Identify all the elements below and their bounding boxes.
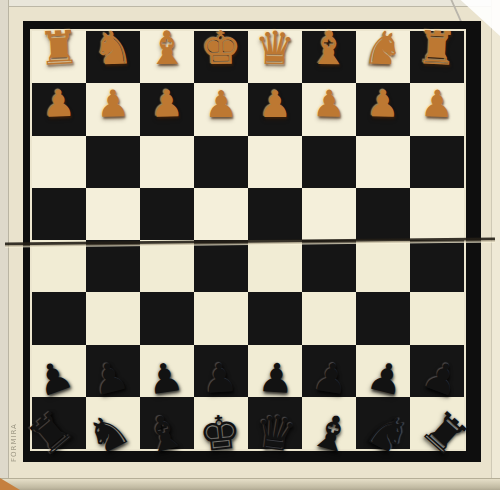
- piece-white-knight: ♞: [362, 24, 405, 71]
- piece-white-bishop: ♝: [146, 25, 188, 72]
- board-square: [86, 136, 140, 188]
- piece-white-rook: ♜: [415, 24, 459, 72]
- piece-white-pawn: ♟: [258, 86, 291, 123]
- piece-black-rook: ♜: [20, 401, 82, 464]
- board-square: [140, 188, 194, 240]
- board-square: [140, 292, 194, 344]
- piece-white-pawn: ♟: [312, 86, 346, 124]
- piece-white-knight: ♞: [92, 24, 135, 71]
- board-square: ♞: [356, 397, 410, 449]
- board-square: [356, 136, 410, 188]
- piece-black-pawn: ♟: [310, 355, 352, 400]
- board-square: [302, 240, 356, 292]
- brand-stamp: FORMIRA: [10, 423, 18, 462]
- board-square: ♜: [410, 397, 464, 449]
- board-square: [32, 136, 86, 188]
- piece-black-rook: ♜: [414, 401, 477, 464]
- piece-black-pawn: ♟: [257, 356, 296, 398]
- piece-white-bishop: ♝: [308, 25, 350, 72]
- piece-white-pawn: ♟: [96, 86, 130, 124]
- board-square: [194, 240, 248, 292]
- board-square: [248, 292, 302, 344]
- board-square: [356, 240, 410, 292]
- piece-white-pawn: ♟: [366, 86, 400, 124]
- piece-black-pawn: ♟: [364, 354, 408, 401]
- board-square: [140, 136, 194, 188]
- board-square: ♝: [140, 31, 194, 83]
- board-square: [32, 240, 86, 292]
- board-square: ♟: [410, 345, 464, 397]
- piece-black-pawn: ♟: [418, 353, 465, 403]
- board-square: [302, 188, 356, 240]
- piece-white-queen: ♛: [254, 25, 296, 72]
- piece-white-rook: ♜: [37, 24, 81, 72]
- board-square: ♚: [194, 397, 248, 449]
- piece-white-pawn: ♟: [42, 85, 76, 123]
- board-square: [194, 188, 248, 240]
- board-square: ♟: [356, 345, 410, 397]
- board-square: ♟: [248, 83, 302, 135]
- board-square: [410, 240, 464, 292]
- board-square: ♞: [86, 31, 140, 83]
- board-square: [248, 240, 302, 292]
- board-square: [86, 188, 140, 240]
- board-square: ♟: [302, 83, 356, 135]
- board-square: [86, 292, 140, 344]
- board-square: [86, 240, 140, 292]
- board-square: ♟: [86, 345, 140, 397]
- board-top-edge: [0, 0, 500, 7]
- board-square: [248, 188, 302, 240]
- board-square: ♞: [356, 31, 410, 83]
- piece-black-queen: ♛: [252, 407, 300, 459]
- board-square: ♟: [194, 345, 248, 397]
- piece-black-pawn: ♟: [144, 355, 186, 400]
- board-square: [410, 188, 464, 240]
- board-square: ♟: [248, 345, 302, 397]
- board-square: [32, 292, 86, 344]
- board-square: ♜: [32, 31, 86, 83]
- piece-black-pawn: ♟: [201, 356, 240, 398]
- piece-black-knight: ♞: [79, 403, 137, 464]
- piece-white-king: ♚: [200, 25, 242, 72]
- board-square: ♜: [410, 31, 464, 83]
- piece-black-knight: ♞: [359, 402, 418, 463]
- board-square: ♟: [410, 83, 464, 135]
- piece-white-pawn: ♟: [150, 86, 184, 124]
- board-square: ♞: [86, 397, 140, 449]
- board-square: ♜: [32, 397, 86, 449]
- board-square: ♚: [194, 31, 248, 83]
- board-square: [194, 292, 248, 344]
- board-square: ♛: [248, 31, 302, 83]
- board-square: ♟: [86, 83, 140, 135]
- piece-black-pawn: ♟: [30, 353, 77, 403]
- board-square: ♟: [194, 83, 248, 135]
- chessboard-photo: ♜♞♝♚♛♝♞♜♟♟♟♟♟♟♟♟♟♟♟♟♟♟♟♟♜♞♝♚♛♝♞♜ FORMIRA: [0, 0, 500, 490]
- board-square: ♝: [302, 397, 356, 449]
- board-square: ♟: [356, 83, 410, 135]
- board-bottom-edge: [0, 478, 500, 490]
- board-square: ♟: [302, 345, 356, 397]
- piece-white-pawn: ♟: [204, 86, 237, 123]
- board-square: [410, 136, 464, 188]
- board-square: ♟: [32, 345, 86, 397]
- board-square: [302, 136, 356, 188]
- board-square: ♝: [140, 397, 194, 449]
- board-square: ♟: [140, 83, 194, 135]
- board-square: [140, 240, 194, 292]
- board-square: [356, 188, 410, 240]
- board-right-edge: [491, 0, 500, 490]
- piece-white-pawn: ♟: [420, 85, 454, 123]
- board-square: [194, 136, 248, 188]
- board-square: [356, 292, 410, 344]
- board-square: [32, 188, 86, 240]
- piece-black-bishop: ♝: [138, 405, 191, 461]
- board-square: [302, 292, 356, 344]
- piece-black-bishop: ♝: [305, 404, 358, 461]
- board-square: ♝: [302, 31, 356, 83]
- board-square: ♟: [140, 345, 194, 397]
- piece-black-king: ♚: [197, 407, 244, 458]
- board-square: [248, 136, 302, 188]
- piece-black-pawn: ♟: [88, 354, 132, 401]
- board-square: [410, 292, 464, 344]
- board-square: ♟: [32, 83, 86, 135]
- board-square: ♛: [248, 397, 302, 449]
